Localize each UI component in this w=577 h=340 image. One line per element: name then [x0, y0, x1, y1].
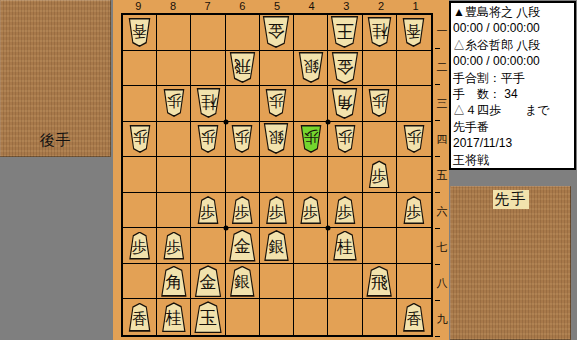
- game-info-panel: ▲豊島将之 八段00:00 / 00:00:00△糸谷哲郎 八段00:00 / …: [449, 1, 576, 170]
- info-line-4: 00:00 / 00:00:00: [453, 53, 572, 69]
- piece-kanji: 飛: [371, 274, 388, 291]
- board-square-6-5: [226, 157, 260, 193]
- star-point: [326, 119, 331, 124]
- piece-kanji: 銀: [234, 274, 250, 290]
- board-square-4-6: 歩: [294, 193, 328, 229]
- piece-kanji: 桂: [337, 239, 353, 255]
- sente-歩-piece-3-6[interactable]: 歩: [334, 196, 356, 224]
- piece-kanji: 歩: [166, 95, 181, 110]
- sente-玉-piece-7-9[interactable]: 玉: [194, 301, 223, 333]
- board-square-1-9: 香: [397, 299, 431, 335]
- info-line-8: 先手番: [453, 119, 572, 135]
- board-square-7-9: 玉: [191, 299, 225, 335]
- sente-歩-piece-4-6[interactable]: 歩: [300, 196, 322, 224]
- board-square-2-6: [363, 193, 397, 229]
- board-square-9-3: [123, 86, 157, 122]
- file-label-7: 7: [190, 0, 225, 13]
- gote-王-piece-3-1[interactable]: 王: [330, 16, 359, 48]
- board-square-9-1: 香: [123, 15, 157, 51]
- gote-銀-piece-5-4[interactable]: 銀: [263, 123, 289, 154]
- board-square-8-5: [157, 157, 191, 193]
- info-line-7: △４四歩 まで: [453, 102, 572, 118]
- board-square-2-4: [363, 122, 397, 158]
- piece-kanji: 金: [268, 23, 285, 40]
- board-square-4-7: [294, 228, 328, 264]
- board-square-5-7: 銀: [260, 228, 294, 264]
- file-label-8: 8: [156, 0, 191, 13]
- board-square-4-3: [294, 86, 328, 122]
- piece-kanji: 歩: [406, 130, 421, 145]
- info-line-1: ▲豊島将之 八段: [453, 4, 572, 20]
- sente-歩-piece-5-6[interactable]: 歩: [265, 196, 287, 224]
- gote-桂-piece-7-3[interactable]: 桂: [196, 88, 221, 118]
- piece-kanji: 香: [406, 311, 421, 326]
- gote-銀-piece-4-2[interactable]: 銀: [298, 52, 324, 83]
- piece-kanji: 桂: [200, 94, 216, 110]
- board-square-9-6: [123, 193, 157, 229]
- piece-kanji: 王: [336, 22, 354, 40]
- sente-銀-piece-5-7[interactable]: 銀: [263, 230, 289, 261]
- board-square-1-7: [397, 228, 431, 264]
- sente-歩-piece-7-6[interactable]: 歩: [197, 196, 219, 224]
- board-square-7-6: 歩: [191, 193, 225, 229]
- gote-歩-piece-4-4[interactable]: 歩: [300, 125, 322, 153]
- board-square-4-1: [294, 15, 328, 51]
- board-square-2-3: 歩: [363, 86, 397, 122]
- board-square-4-8: [294, 264, 328, 300]
- board-square-5-5: [260, 157, 294, 193]
- board-square-9-8: [123, 264, 157, 300]
- piece-kanji: 歩: [269, 95, 284, 110]
- piece-kanji: 歩: [132, 130, 147, 145]
- gote-歩-piece-1-4[interactable]: 歩: [403, 125, 425, 153]
- sente-香-piece-9-9[interactable]: 香: [128, 303, 151, 332]
- shogi-board-panel: 987654321 香金王桂香飛銀金歩桂歩角歩歩歩歩銀歩歩歩歩歩歩歩歩歩歩歩歩金…: [113, 0, 449, 340]
- gote-歩-piece-5-3[interactable]: 歩: [265, 89, 287, 117]
- piece-kanji: 歩: [303, 204, 318, 219]
- sente-歩-piece-9-7[interactable]: 歩: [129, 232, 151, 260]
- sente-金-piece-7-8[interactable]: 金: [194, 265, 222, 297]
- board-square-7-4: 歩: [191, 122, 225, 158]
- board-square-3-2: 金: [328, 51, 362, 87]
- rank-label-7: 七: [435, 229, 449, 265]
- board-square-2-2: [363, 51, 397, 87]
- board-square-4-5: [294, 157, 328, 193]
- rank-label-9: 九: [435, 301, 449, 337]
- sente-飛-piece-2-8[interactable]: 飛: [366, 266, 393, 297]
- file-label-6: 6: [225, 0, 260, 13]
- sente-piece-stand: 先手: [450, 186, 571, 340]
- board-square-5-9: [260, 299, 294, 335]
- board-square-1-1: 香: [397, 15, 431, 51]
- sente-歩-piece-1-6[interactable]: 歩: [403, 196, 425, 224]
- gote-歩-piece-2-3[interactable]: 歩: [368, 89, 390, 117]
- board-square-7-8: 金: [191, 264, 225, 300]
- board-square-5-1: 金: [260, 15, 294, 51]
- info-line-5: 手合割：平手: [453, 70, 572, 86]
- board-square-8-7: 歩: [157, 228, 191, 264]
- board-square-3-9: [328, 299, 362, 335]
- board-square-7-5: [191, 157, 225, 193]
- file-label-9: 9: [121, 0, 156, 13]
- sente-歩-piece-8-7[interactable]: 歩: [163, 232, 185, 260]
- board-square-2-1: 桂: [363, 15, 397, 51]
- board-square-6-2: 飛: [226, 51, 260, 87]
- info-line-2: 00:00 / 00:00:00: [453, 20, 572, 36]
- piece-kanji: 飛: [234, 58, 251, 75]
- board-square-2-5: 歩: [363, 157, 397, 193]
- sente-金-piece-6-7[interactable]: 金: [228, 230, 256, 262]
- board-square-7-3: 桂: [191, 86, 225, 122]
- sente-桂-piece-8-9[interactable]: 桂: [161, 302, 186, 332]
- board-square-1-3: [397, 86, 431, 122]
- piece-kanji: 玉: [199, 309, 217, 327]
- piece-kanji: 歩: [372, 95, 387, 110]
- board-square-7-7: [191, 228, 225, 264]
- piece-kanji: 歩: [372, 168, 387, 183]
- board-square-7-2: [191, 51, 225, 87]
- board-square-8-3: 歩: [157, 86, 191, 122]
- board-square-1-4: 歩: [397, 122, 431, 158]
- gote-桂-piece-2-1[interactable]: 桂: [367, 17, 392, 47]
- board-square-6-3: [226, 86, 260, 122]
- board-square-8-1: [157, 15, 191, 51]
- sente-香-piece-1-9[interactable]: 香: [402, 303, 425, 332]
- gote-金-piece-5-1[interactable]: 金: [262, 16, 290, 48]
- rank-label-1: 一: [435, 13, 449, 49]
- board-square-8-8: 角: [157, 264, 191, 300]
- rank-label-2: 二: [435, 49, 449, 85]
- piece-kanji: 桂: [166, 310, 182, 326]
- file-label-1: 1: [398, 0, 433, 13]
- board-square-6-4: 歩: [226, 122, 260, 158]
- sente-角-piece-8-8[interactable]: 角: [160, 266, 187, 297]
- board-square-8-6: [157, 193, 191, 229]
- board-square-6-6: 歩: [226, 193, 260, 229]
- board-square-6-7: 金: [226, 228, 260, 264]
- piece-kanji: 歩: [269, 204, 284, 219]
- piece-kanji: 歩: [235, 130, 250, 145]
- board-square-5-3: 歩: [260, 86, 294, 122]
- piece-kanji: 香: [406, 24, 421, 39]
- piece-kanji: 歩: [235, 204, 250, 219]
- sente-桂-piece-3-7[interactable]: 桂: [332, 231, 357, 261]
- sente-銀-piece-6-8[interactable]: 銀: [229, 266, 255, 297]
- board-square-3-5: [328, 157, 362, 193]
- board-square-5-8: [260, 264, 294, 300]
- sente-stand-label: 先手: [493, 190, 529, 209]
- board-square-2-9: [363, 299, 397, 335]
- sente-歩-piece-2-5[interactable]: 歩: [368, 160, 390, 188]
- board-square-9-5: [123, 157, 157, 193]
- piece-kanji: 歩: [303, 130, 318, 145]
- gote-歩-piece-9-4[interactable]: 歩: [129, 125, 151, 153]
- board-square-6-9: [226, 299, 260, 335]
- gote-香-piece-1-1[interactable]: 香: [402, 18, 425, 47]
- board-square-5-6: 歩: [260, 193, 294, 229]
- piece-kanji: 歩: [166, 239, 181, 254]
- piece-kanji: 角: [336, 94, 353, 111]
- piece-kanji: 銀: [268, 130, 284, 146]
- piece-kanji: 歩: [337, 204, 352, 219]
- file-label-5: 5: [260, 0, 295, 13]
- info-line-10: 王将戦: [453, 152, 572, 168]
- board-square-5-4: 銀: [260, 122, 294, 158]
- gote-角-piece-3-3[interactable]: 角: [331, 88, 358, 119]
- piece-kanji: 歩: [337, 130, 352, 145]
- board-square-5-2: [260, 51, 294, 87]
- piece-kanji: 金: [200, 274, 217, 291]
- board-square-8-2: [157, 51, 191, 87]
- board-square-8-9: 桂: [157, 299, 191, 335]
- board-square-3-6: 歩: [328, 193, 362, 229]
- file-label-3: 3: [329, 0, 364, 13]
- info-line-6: 手 数： 34: [453, 86, 572, 102]
- board-square-3-4: 歩: [328, 122, 362, 158]
- board-square-4-9: [294, 299, 328, 335]
- piece-kanji: 歩: [132, 239, 147, 254]
- board-square-1-2: [397, 51, 431, 87]
- board-square-6-1: [226, 15, 260, 51]
- gote-piece-stand: 後手: [0, 0, 111, 157]
- piece-kanji: 香: [132, 24, 147, 39]
- info-line-9: 2017/11/13: [453, 135, 572, 151]
- board-square-4-2: 銀: [294, 51, 328, 87]
- board-square-3-1: 王: [328, 15, 362, 51]
- file-label-4: 4: [294, 0, 329, 13]
- board-square-3-3: 角: [328, 86, 362, 122]
- board-square-9-7: 歩: [123, 228, 157, 264]
- gote-stand-label: 後手: [40, 131, 72, 150]
- board-square-3-8: [328, 264, 362, 300]
- board-square-1-5: [397, 157, 431, 193]
- rank-label-3: 三: [435, 85, 449, 121]
- board-square-6-8: 銀: [226, 264, 260, 300]
- piece-kanji: 金: [336, 58, 353, 75]
- gote-歩-piece-3-4[interactable]: 歩: [334, 125, 356, 153]
- board-square-9-4: 歩: [123, 122, 157, 158]
- board-square-2-7: [363, 228, 397, 264]
- piece-kanji: 角: [165, 274, 182, 291]
- file-label-2: 2: [364, 0, 399, 13]
- board-square-9-2: [123, 51, 157, 87]
- piece-kanji: 銀: [268, 239, 284, 255]
- file-coordinate-labels: 987654321: [121, 0, 433, 13]
- piece-kanji: 歩: [201, 204, 216, 219]
- gote-歩-piece-8-3[interactable]: 歩: [163, 89, 185, 117]
- rank-label-4: 四: [435, 121, 449, 157]
- board-square-9-9: 香: [123, 299, 157, 335]
- gote-飛-piece-6-2[interactable]: 飛: [229, 52, 256, 83]
- piece-kanji: 銀: [303, 59, 319, 75]
- board-square-2-8: 飛: [363, 264, 397, 300]
- board-square-1-8: [397, 264, 431, 300]
- piece-kanji: 香: [132, 311, 147, 326]
- gote-歩-piece-7-4[interactable]: 歩: [197, 125, 219, 153]
- info-line-3: △糸谷哲郎 八段: [453, 37, 572, 53]
- gote-歩-piece-6-4[interactable]: 歩: [231, 125, 253, 153]
- piece-kanji: 歩: [406, 204, 421, 219]
- rank-label-5: 五: [435, 157, 449, 193]
- gote-金-piece-3-2[interactable]: 金: [331, 52, 359, 84]
- star-point: [326, 226, 331, 231]
- gote-香-piece-9-1[interactable]: 香: [128, 18, 151, 47]
- board-square-7-1: [191, 15, 225, 51]
- board-square-4-4: 歩: [294, 122, 328, 158]
- board-square-8-4: [157, 122, 191, 158]
- shogi-board: 香金王桂香飛銀金歩桂歩角歩歩歩歩銀歩歩歩歩歩歩歩歩歩歩歩歩金銀桂角金銀飛香桂玉香: [121, 13, 433, 337]
- rank-coordinate-labels: 一二三四五六七八九: [435, 13, 449, 337]
- star-point: [223, 119, 228, 124]
- rank-label-6: 六: [435, 193, 449, 229]
- piece-kanji: 歩: [201, 130, 216, 145]
- rank-label-8: 八: [435, 265, 449, 301]
- piece-kanji: 桂: [371, 23, 387, 39]
- piece-kanji: 金: [234, 238, 251, 255]
- board-square-1-6: 歩: [397, 193, 431, 229]
- board-square-3-7: 桂: [328, 228, 362, 264]
- sente-歩-piece-6-6[interactable]: 歩: [231, 196, 253, 224]
